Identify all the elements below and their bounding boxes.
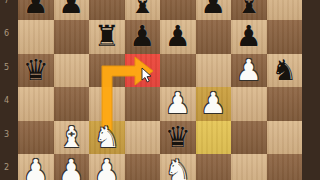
wood-grain-texture bbox=[196, 54, 232, 88]
wood-grain-texture bbox=[196, 121, 232, 155]
wood-grain-texture bbox=[18, 121, 54, 155]
square-e5[interactable] bbox=[160, 54, 196, 88]
black-queen-e3-piece[interactable]: ♛ bbox=[160, 121, 196, 155]
black-pawn-a7-piece[interactable]: ♟ bbox=[18, 0, 54, 20]
square-a6[interactable] bbox=[18, 20, 54, 54]
wood-grain-texture bbox=[267, 20, 303, 54]
wood-grain-texture bbox=[125, 121, 161, 155]
black-queen-a5-piece[interactable]: ♛ bbox=[18, 54, 54, 88]
wood-grain-texture bbox=[267, 87, 303, 121]
square-h3[interactable] bbox=[267, 121, 303, 155]
square-d4[interactable] bbox=[125, 87, 161, 121]
wood-grain-texture bbox=[18, 87, 54, 121]
square-g7[interactable]: ♝ bbox=[231, 0, 267, 20]
square-c6[interactable]: ♜ bbox=[89, 20, 125, 54]
rank-label-3: 3 bbox=[4, 130, 14, 139]
wood-grain-texture bbox=[89, 0, 125, 20]
square-h6[interactable] bbox=[267, 20, 303, 54]
white-knight-c3-piece[interactable]: ♞ bbox=[89, 121, 125, 155]
square-g5[interactable]: ♟ bbox=[231, 54, 267, 88]
white-pawn-g5-piece[interactable]: ♟ bbox=[231, 54, 267, 88]
wood-grain-texture bbox=[89, 87, 125, 121]
black-bishop-g7-piece[interactable]: ♝ bbox=[231, 0, 267, 20]
rank-label-7: 7 bbox=[4, 0, 14, 5]
wood-grain-texture bbox=[125, 87, 161, 121]
square-f4[interactable]: ♟ bbox=[196, 87, 232, 121]
square-e6[interactable]: ♟ bbox=[160, 20, 196, 54]
white-pawn-e4-piece[interactable]: ♟ bbox=[160, 87, 196, 121]
square-a2[interactable]: ♟ bbox=[18, 154, 54, 180]
rank-label-4: 4 bbox=[4, 96, 14, 105]
square-f3[interactable] bbox=[196, 121, 232, 155]
wood-grain-texture bbox=[231, 87, 267, 121]
square-c2[interactable]: ♟ bbox=[89, 154, 125, 180]
wood-grain-texture bbox=[54, 20, 90, 54]
white-pawn-a2-piece[interactable]: ♟ bbox=[18, 154, 54, 180]
square-g6[interactable]: ♟ bbox=[231, 20, 267, 54]
chess-board-screenshot: ♟♟♝♟♝♜♟♟♟♛♟♞♟♟♝♞♛♟♟♟♞ 765432 bbox=[0, 0, 320, 180]
wood-grain-texture bbox=[231, 154, 267, 180]
square-c3[interactable]: ♞ bbox=[89, 121, 125, 155]
square-d6[interactable]: ♟ bbox=[125, 20, 161, 54]
black-bishop-d7-piece[interactable]: ♝ bbox=[125, 0, 161, 20]
white-pawn-f4-piece[interactable]: ♟ bbox=[196, 87, 232, 121]
square-f5[interactable] bbox=[196, 54, 232, 88]
square-g2[interactable] bbox=[231, 154, 267, 180]
wood-grain-texture bbox=[267, 0, 303, 20]
square-b6[interactable] bbox=[54, 20, 90, 54]
rank-label-5: 5 bbox=[4, 63, 14, 72]
square-d7[interactable]: ♝ bbox=[125, 0, 161, 20]
square-b7[interactable]: ♟ bbox=[54, 0, 90, 20]
square-h7[interactable] bbox=[267, 0, 303, 20]
square-a7[interactable]: ♟ bbox=[18, 0, 54, 20]
board-frame-right bbox=[302, 0, 320, 180]
square-a4[interactable] bbox=[18, 87, 54, 121]
square-c4[interactable] bbox=[89, 87, 125, 121]
black-knight-h5-piece[interactable]: ♞ bbox=[267, 54, 303, 88]
wood-grain-texture bbox=[125, 154, 161, 180]
black-pawn-f7-piece[interactable]: ♟ bbox=[196, 0, 232, 20]
black-pawn-g6-piece[interactable]: ♟ bbox=[231, 20, 267, 54]
white-pawn-b2-piece[interactable]: ♟ bbox=[54, 154, 90, 180]
square-e4[interactable]: ♟ bbox=[160, 87, 196, 121]
black-pawn-b7-piece[interactable]: ♟ bbox=[54, 0, 90, 20]
square-c7[interactable] bbox=[89, 0, 125, 20]
wood-grain-texture bbox=[196, 154, 232, 180]
square-e2[interactable]: ♞ bbox=[160, 154, 196, 180]
rank-label-2: 2 bbox=[4, 163, 14, 172]
chess-board: ♟♟♝♟♝♜♟♟♟♛♟♞♟♟♝♞♛♟♟♟♞ bbox=[18, 0, 302, 180]
wood-grain-texture bbox=[54, 54, 90, 88]
square-d3[interactable] bbox=[125, 121, 161, 155]
square-b2[interactable]: ♟ bbox=[54, 154, 90, 180]
wood-grain-texture bbox=[160, 54, 196, 88]
square-b3[interactable]: ♝ bbox=[54, 121, 90, 155]
square-g3[interactable] bbox=[231, 121, 267, 155]
white-pawn-c2-piece[interactable]: ♟ bbox=[89, 154, 125, 180]
square-d5[interactable] bbox=[125, 54, 161, 88]
square-h2[interactable] bbox=[267, 154, 303, 180]
black-rook-c6-piece[interactable]: ♜ bbox=[89, 20, 125, 54]
square-d2[interactable] bbox=[125, 154, 161, 180]
wood-grain-texture bbox=[196, 20, 232, 54]
square-g4[interactable] bbox=[231, 87, 267, 121]
square-f6[interactable] bbox=[196, 20, 232, 54]
wood-grain-texture bbox=[267, 154, 303, 180]
square-b5[interactable] bbox=[54, 54, 90, 88]
square-e3[interactable]: ♛ bbox=[160, 121, 196, 155]
black-pawn-d6-piece[interactable]: ♟ bbox=[125, 20, 161, 54]
square-f7[interactable]: ♟ bbox=[196, 0, 232, 20]
wood-grain-texture bbox=[54, 87, 90, 121]
rank-label-6: 6 bbox=[4, 29, 14, 38]
square-e7[interactable] bbox=[160, 0, 196, 20]
white-knight-e2-piece[interactable]: ♞ bbox=[160, 154, 196, 180]
square-h4[interactable] bbox=[267, 87, 303, 121]
wood-grain-texture bbox=[18, 20, 54, 54]
square-a3[interactable] bbox=[18, 121, 54, 155]
square-a5[interactable]: ♛ bbox=[18, 54, 54, 88]
wood-grain-texture bbox=[267, 121, 303, 155]
square-h5[interactable]: ♞ bbox=[267, 54, 303, 88]
square-b4[interactable] bbox=[54, 87, 90, 121]
square-c5[interactable] bbox=[89, 54, 125, 88]
wood-grain-texture bbox=[89, 54, 125, 88]
black-pawn-e6-piece[interactable]: ♟ bbox=[160, 20, 196, 54]
wood-grain-texture bbox=[160, 0, 196, 20]
square-f2[interactable] bbox=[196, 154, 232, 180]
wood-grain-texture bbox=[231, 121, 267, 155]
white-bishop-b3-piece[interactable]: ♝ bbox=[54, 121, 90, 155]
wood-grain-texture bbox=[125, 54, 161, 88]
